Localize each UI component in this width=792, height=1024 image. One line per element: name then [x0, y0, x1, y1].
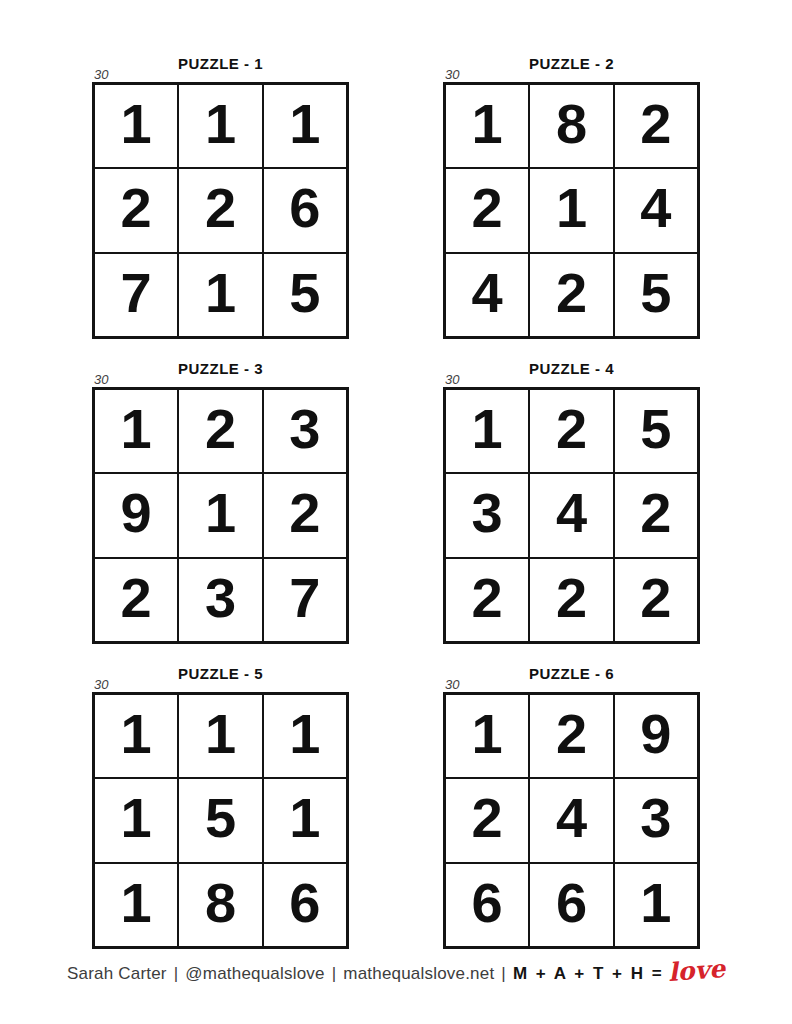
puzzle-1-grid: 1 1 1 2 2 6 7 1 5 — [92, 82, 349, 339]
puzzle-block-4: PUZZLE - 4 30 1 2 5 3 4 2 2 2 2 — [443, 361, 700, 644]
puzzle-block-3: PUZZLE - 3 30 1 2 3 9 1 2 2 3 7 — [92, 361, 349, 644]
p6-cell-r2c2: 4 — [530, 779, 612, 861]
p3-cell-r3c2: 3 — [179, 559, 261, 641]
p3-cell-r3c1: 2 — [95, 559, 177, 641]
puzzle-2-grid: 1 8 2 2 1 4 4 2 5 — [443, 82, 700, 339]
p2-cell-r3c1: 4 — [446, 254, 528, 336]
p1-cell-r1c2: 1 — [179, 85, 261, 167]
puzzle-5-corner-label: 30 — [94, 678, 108, 691]
p6-cell-r1c2: 2 — [530, 695, 612, 777]
p6-cell-r1c1: 1 — [446, 695, 528, 777]
p1-cell-r1c1: 1 — [95, 85, 177, 167]
puzzle-5-title: PUZZLE - 5 — [92, 666, 349, 682]
puzzle-5-grid-wrap: 30 1 1 1 1 5 1 1 8 6 — [92, 692, 349, 949]
p5-cell-r3c2: 8 — [179, 864, 261, 946]
puzzle-2-grid-wrap: 30 1 8 2 2 1 4 4 2 5 — [443, 82, 700, 339]
p5-cell-r2c1: 1 — [95, 779, 177, 861]
puzzle-3-title: PUZZLE - 3 — [92, 361, 349, 377]
p1-cell-r2c2: 2 — [179, 169, 261, 251]
footer-credit-line: Sarah Carter|@mathequalslove|mathequalsl… — [0, 956, 792, 985]
p5-cell-r2c2: 5 — [179, 779, 261, 861]
puzzle-block-2: PUZZLE - 2 30 1 8 2 2 1 4 4 2 5 — [443, 56, 700, 339]
p3-cell-r1c2: 2 — [179, 390, 261, 472]
puzzle-6-title: PUZZLE - 6 — [443, 666, 700, 682]
footer-handle: @mathequalslove — [185, 964, 324, 983]
p5-cell-r1c2: 1 — [179, 695, 261, 777]
p2-cell-r2c1: 2 — [446, 169, 528, 251]
p4-cell-r1c1: 1 — [446, 390, 528, 472]
puzzle-5-grid: 1 1 1 1 5 1 1 8 6 — [92, 692, 349, 949]
p4-cell-r1c3: 5 — [615, 390, 697, 472]
p3-cell-r1c3: 3 — [264, 390, 346, 472]
footer-separator: | — [332, 964, 337, 983]
p2-cell-r1c1: 1 — [446, 85, 528, 167]
footer-separator: | — [174, 964, 179, 983]
p3-cell-r2c3: 2 — [264, 474, 346, 556]
puzzle-2-title: PUZZLE - 2 — [443, 56, 700, 72]
footer-author: Sarah Carter — [67, 964, 167, 983]
p1-cell-r3c2: 1 — [179, 254, 261, 336]
puzzle-4-corner-label: 30 — [445, 373, 459, 386]
p5-cell-r1c3: 1 — [264, 695, 346, 777]
p4-cell-r3c3: 2 — [615, 559, 697, 641]
p2-cell-r2c2: 1 — [530, 169, 612, 251]
puzzle-block-6: PUZZLE - 6 30 1 2 9 2 4 3 6 6 1 — [443, 666, 700, 949]
p3-cell-r3c3: 7 — [264, 559, 346, 641]
puzzle-4-title: PUZZLE - 4 — [443, 361, 700, 377]
puzzle-block-5: PUZZLE - 5 30 1 1 1 1 5 1 1 8 6 — [92, 666, 349, 949]
p4-cell-r2c1: 3 — [446, 474, 528, 556]
puzzle-2-corner-label: 30 — [445, 68, 459, 81]
p2-cell-r3c3: 5 — [615, 254, 697, 336]
p3-cell-r1c1: 1 — [95, 390, 177, 472]
footer-separator: | — [501, 964, 506, 983]
p1-cell-r1c3: 1 — [264, 85, 346, 167]
love-logo: love — [667, 954, 726, 987]
puzzle-3-grid: 1 2 3 9 1 2 2 3 7 — [92, 387, 349, 644]
puzzle-4-grid: 1 2 5 3 4 2 2 2 2 — [443, 387, 700, 644]
p2-cell-r2c3: 4 — [615, 169, 697, 251]
p2-cell-r1c2: 8 — [530, 85, 612, 167]
puzzle-grid-area: PUZZLE - 1 30 1 1 1 2 2 6 7 1 5 PUZZLE -… — [0, 0, 792, 949]
p4-cell-r3c1: 2 — [446, 559, 528, 641]
worksheet-page: PUZZLE - 1 30 1 1 1 2 2 6 7 1 5 PUZZLE -… — [0, 0, 792, 1024]
puzzle-6-corner-label: 30 — [445, 678, 459, 691]
puzzle-6-grid-wrap: 30 1 2 9 2 4 3 6 6 1 — [443, 692, 700, 949]
puzzle-3-corner-label: 30 — [94, 373, 108, 386]
puzzle-4-grid-wrap: 30 1 2 5 3 4 2 2 2 2 — [443, 387, 700, 644]
p1-cell-r2c3: 6 — [264, 169, 346, 251]
p4-cell-r1c2: 2 — [530, 390, 612, 472]
p5-cell-r2c3: 1 — [264, 779, 346, 861]
puzzle-1-grid-wrap: 30 1 1 1 2 2 6 7 1 5 — [92, 82, 349, 339]
p4-cell-r3c2: 2 — [530, 559, 612, 641]
puzzle-6-grid: 1 2 9 2 4 3 6 6 1 — [443, 692, 700, 949]
puzzle-1-title: PUZZLE - 1 — [92, 56, 349, 72]
puzzle-1-corner-label: 30 — [94, 68, 108, 81]
footer-math-equation: M + A + T + H = — [513, 964, 664, 983]
p6-cell-r3c3: 1 — [615, 864, 697, 946]
p5-cell-r3c1: 1 — [95, 864, 177, 946]
p6-cell-r2c3: 3 — [615, 779, 697, 861]
p5-cell-r1c1: 1 — [95, 695, 177, 777]
puzzle-3-grid-wrap: 30 1 2 3 9 1 2 2 3 7 — [92, 387, 349, 644]
p1-cell-r3c1: 7 — [95, 254, 177, 336]
p6-cell-r2c1: 2 — [446, 779, 528, 861]
p5-cell-r3c3: 6 — [264, 864, 346, 946]
p6-cell-r3c1: 6 — [446, 864, 528, 946]
p2-cell-r3c2: 2 — [530, 254, 612, 336]
p1-cell-r2c1: 2 — [95, 169, 177, 251]
p6-cell-r3c2: 6 — [530, 864, 612, 946]
p2-cell-r1c3: 2 — [615, 85, 697, 167]
p6-cell-r1c3: 9 — [615, 695, 697, 777]
p1-cell-r3c3: 5 — [264, 254, 346, 336]
puzzle-block-1: PUZZLE - 1 30 1 1 1 2 2 6 7 1 5 — [92, 56, 349, 339]
p3-cell-r2c1: 9 — [95, 474, 177, 556]
footer-site: mathequalslove.net — [343, 964, 494, 983]
p4-cell-r2c3: 2 — [615, 474, 697, 556]
p4-cell-r2c2: 4 — [530, 474, 612, 556]
p3-cell-r2c2: 1 — [179, 474, 261, 556]
